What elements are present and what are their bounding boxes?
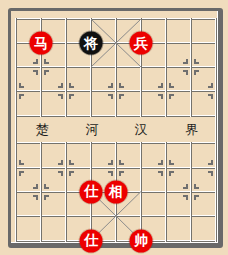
xiangqi-board: 楚 河 汉 界 马将兵仕相仕帅 bbox=[0, 0, 228, 255]
black-general-piece[interactable]: 将 bbox=[80, 32, 103, 55]
red-horse-piece[interactable]: 马 bbox=[30, 32, 53, 55]
red-elephant-piece[interactable]: 相 bbox=[105, 180, 128, 203]
red-soldier-piece[interactable]: 兵 bbox=[130, 32, 153, 55]
red-advisor-2-piece[interactable]: 仕 bbox=[80, 229, 103, 252]
red-general-piece[interactable]: 帅 bbox=[130, 229, 153, 252]
red-advisor-1-piece[interactable]: 仕 bbox=[80, 180, 103, 203]
pieces: 马将兵仕相仕帅 bbox=[0, 0, 228, 255]
